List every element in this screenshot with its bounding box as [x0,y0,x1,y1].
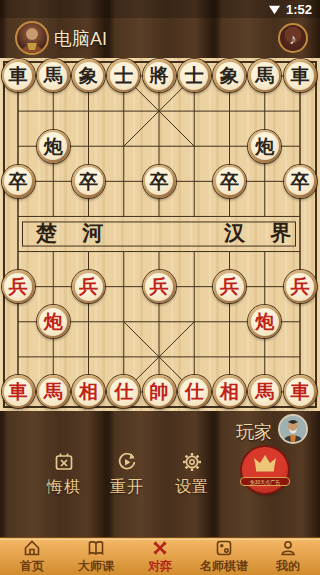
music-note-icon[interactable]: ♪ [278,23,308,53]
piece-black-r[interactable]: 車 [284,59,317,92]
ad-badge-label: 免30天点广告 [240,477,290,486]
wifi-icon [268,3,281,16]
home-icon [23,539,41,557]
header: 电脑AI ♪ [0,18,320,58]
piece-black-c[interactable]: 炮 [248,130,281,163]
piece-black-p[interactable]: 卒 [213,165,246,198]
opponent-avatar[interactable] [15,21,49,55]
settings-gear-icon [181,451,203,473]
player-portrait [280,416,306,442]
piece-red-p[interactable]: 兵 [72,270,105,303]
nav-item-play[interactable]: 对弈 [128,538,192,575]
piece-red-b[interactable]: 相 [213,375,246,408]
undo-button[interactable]: 悔棋 [36,451,92,498]
crown-icon [252,454,278,474]
piece-black-b[interactable]: 象 [213,59,246,92]
restart-icon [116,451,138,473]
piece-red-a[interactable]: 仕 [107,375,140,408]
restart-button[interactable]: 重开 [99,451,155,498]
swords-icon [151,539,169,557]
opponent-name: 电脑AI [54,27,107,51]
piece-black-n[interactable]: 馬 [248,59,281,92]
undo-label: 悔棋 [36,477,92,498]
nav-label-master-class: 大师课 [78,558,114,575]
piece-red-p[interactable]: 兵 [284,270,317,303]
settings-button[interactable]: 设置 [164,451,220,498]
piece-black-a[interactable]: 士 [107,59,140,92]
remove-ads-badge[interactable]: 免30天点广告 [242,447,288,493]
piece-red-p[interactable]: 兵 [2,270,35,303]
piece-black-p[interactable]: 卒 [143,165,176,198]
piece-red-p[interactable]: 兵 [143,270,176,303]
piece-black-c[interactable]: 炮 [37,130,70,163]
undo-icon [53,451,75,473]
settings-label: 设置 [164,477,220,498]
piece-red-c[interactable]: 炮 [37,305,70,338]
bottom-nav: 首页 大师课 对弈 名师棋谱 [0,537,320,575]
piece-red-n[interactable]: 馬 [248,375,281,408]
piece-red-a[interactable]: 仕 [178,375,211,408]
player-name: 玩家 [236,420,272,444]
clock: 1:52 [286,2,312,17]
piece-red-r[interactable]: 車 [284,375,317,408]
player-avatar[interactable] [278,414,308,444]
nav-item-master-games[interactable]: 名师棋谱 [192,538,256,575]
person-icon [279,539,297,557]
piece-red-n[interactable]: 馬 [37,375,70,408]
board-icon [215,539,233,557]
piece-black-k[interactable]: 將 [143,59,176,92]
nav-label-play: 对弈 [148,558,172,575]
nav-item-master-class[interactable]: 大师课 [64,538,128,575]
piece-red-c[interactable]: 炮 [248,305,281,338]
book-icon [87,539,105,557]
piece-black-p[interactable]: 卒 [284,165,317,198]
app-screen: 1:52 电脑AI ♪ 楚 河 汉 界 車馬象士將士象馬車炮炮卒卒卒卒卒兵兵兵兵… [0,0,320,575]
piece-red-b[interactable]: 相 [72,375,105,408]
nav-label-home: 首页 [20,558,44,575]
opponent-portrait [17,23,47,53]
piece-red-p[interactable]: 兵 [213,270,246,303]
piece-red-k[interactable]: 帥 [143,375,176,408]
piece-black-p[interactable]: 卒 [72,165,105,198]
piece-black-n[interactable]: 馬 [37,59,70,92]
nav-label-mine: 我的 [276,558,300,575]
restart-label: 重开 [99,477,155,498]
piece-layer: 車馬象士將士象馬車炮炮卒卒卒卒卒兵兵兵兵兵炮炮車馬相仕帥仕相馬車 [0,58,317,409]
nav-item-mine[interactable]: 我的 [256,538,320,575]
nav-label-mine-games: 名师棋谱 [200,558,248,575]
piece-red-r[interactable]: 車 [2,375,35,408]
piece-black-r[interactable]: 車 [2,59,35,92]
piece-black-b[interactable]: 象 [72,59,105,92]
nav-item-home[interactable]: 首页 [0,538,64,575]
piece-black-p[interactable]: 卒 [2,165,35,198]
piece-black-a[interactable]: 士 [178,59,211,92]
status-bar: 1:52 [0,0,320,18]
